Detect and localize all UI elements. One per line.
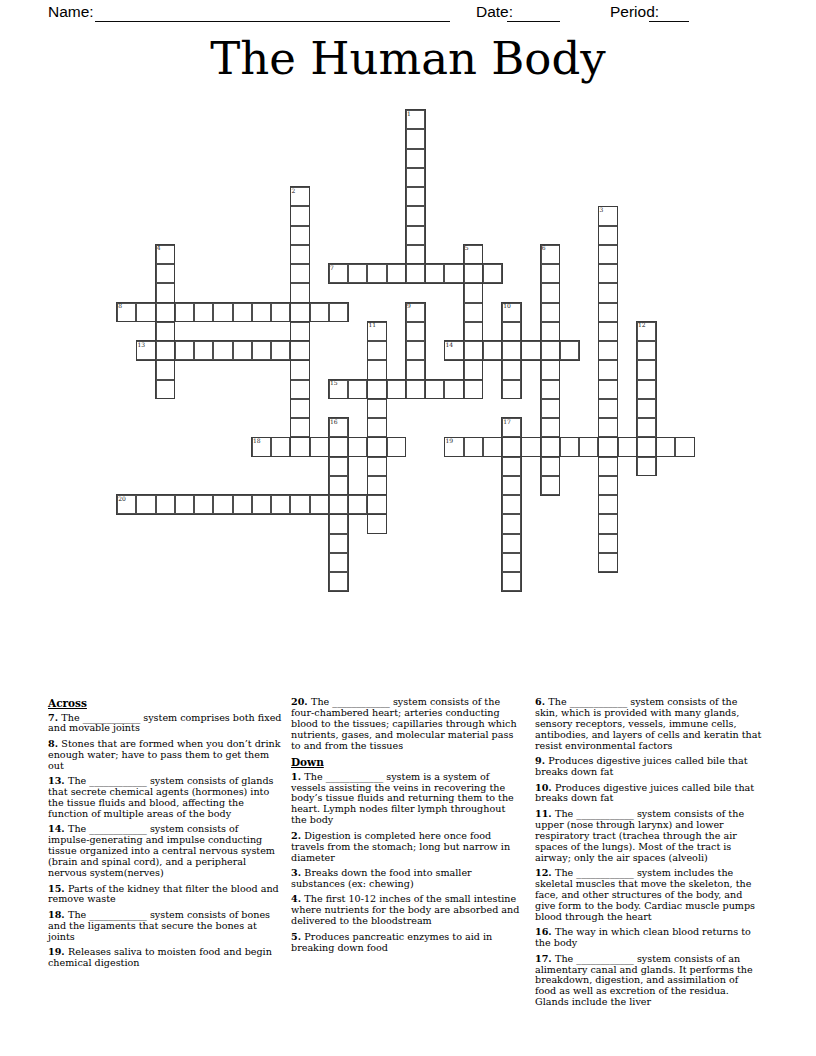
grid-cell[interactable] bbox=[406, 129, 425, 148]
grid-cell[interactable] bbox=[541, 303, 560, 322]
grid-cell[interactable] bbox=[290, 437, 309, 456]
grid-cell[interactable] bbox=[464, 322, 483, 341]
clue-number-label: 14. bbox=[48, 823, 68, 834]
grid-cell[interactable] bbox=[598, 399, 617, 418]
clue-number-label: 11. bbox=[535, 808, 555, 819]
grid-cell[interactable] bbox=[367, 495, 386, 514]
grid-cell[interactable] bbox=[329, 553, 348, 572]
grid-cell[interactable] bbox=[156, 380, 175, 399]
grid-cell[interactable] bbox=[290, 380, 309, 399]
grid-cell[interactable] bbox=[598, 457, 617, 476]
grid-cell[interactable] bbox=[598, 380, 617, 399]
grid-cell[interactable] bbox=[329, 303, 348, 322]
grid-cell[interactable] bbox=[156, 322, 175, 341]
grid-cell[interactable] bbox=[290, 187, 309, 206]
grid-cell[interactable] bbox=[406, 303, 425, 322]
clue-3: 3. Breaks down the food into smaller sub… bbox=[291, 868, 520, 890]
grid-cell[interactable] bbox=[560, 341, 579, 360]
grid-cell[interactable] bbox=[502, 476, 521, 495]
grid-cell[interactable] bbox=[290, 303, 309, 322]
grid-cell[interactable] bbox=[156, 283, 175, 302]
clue-number-label: 20. bbox=[291, 696, 311, 707]
grid-cell[interactable] bbox=[290, 245, 309, 264]
grid-cell[interactable] bbox=[367, 399, 386, 418]
grid-cell[interactable] bbox=[598, 226, 617, 245]
grid-cell[interactable] bbox=[329, 476, 348, 495]
grid-cell[interactable] bbox=[598, 553, 617, 572]
grid-cell[interactable] bbox=[290, 341, 309, 360]
grid-cell[interactable] bbox=[406, 110, 425, 129]
grid-cell[interactable] bbox=[598, 264, 617, 283]
grid-cell[interactable] bbox=[618, 437, 637, 456]
grid-cell[interactable] bbox=[637, 399, 656, 418]
clue-number-label: 1. bbox=[291, 771, 304, 782]
grid-cell[interactable] bbox=[541, 380, 560, 399]
grid-cell[interactable] bbox=[464, 437, 483, 456]
grid-cell[interactable] bbox=[310, 437, 329, 456]
grid-cell[interactable] bbox=[252, 495, 271, 514]
grid-cell[interactable] bbox=[502, 495, 521, 514]
grid-cell[interactable] bbox=[502, 514, 521, 533]
grid-cell[interactable] bbox=[367, 360, 386, 379]
clue-column-2: 20. The ____________ system consists of … bbox=[291, 697, 520, 958]
grid-cell[interactable] bbox=[637, 360, 656, 379]
grid-cell[interactable] bbox=[464, 283, 483, 302]
grid-cell[interactable] bbox=[560, 437, 579, 456]
grid-cell[interactable] bbox=[329, 514, 348, 533]
grid-cell[interactable] bbox=[521, 437, 540, 456]
clue-number-label: 9. bbox=[535, 755, 548, 766]
grid-cell[interactable] bbox=[406, 245, 425, 264]
grid-cell[interactable] bbox=[502, 437, 521, 456]
clue-number-label: 13. bbox=[48, 775, 68, 786]
clue-5: 5. Produces pancreatic enzymes to aid in… bbox=[291, 932, 520, 954]
grid-cell[interactable] bbox=[464, 380, 483, 399]
grid-cell[interactable] bbox=[541, 322, 560, 341]
clue-15: 15. Parts of the kidney that filter the … bbox=[48, 884, 282, 906]
grid-cell[interactable] bbox=[194, 303, 213, 322]
page-title: The Human Body bbox=[0, 33, 816, 85]
grid-cell[interactable] bbox=[502, 322, 521, 341]
grid-cell[interactable] bbox=[598, 437, 617, 456]
grid-cell[interactable] bbox=[290, 322, 309, 341]
grid-cell[interactable] bbox=[502, 303, 521, 322]
clue-section-header-down: Down bbox=[291, 756, 520, 768]
grid-cell[interactable] bbox=[598, 534, 617, 553]
grid-cell[interactable] bbox=[367, 514, 386, 533]
grid-cell[interactable] bbox=[406, 226, 425, 245]
grid-cell[interactable] bbox=[406, 264, 425, 283]
clue-number-label: 16. bbox=[535, 926, 555, 937]
grid-cell[interactable] bbox=[406, 341, 425, 360]
grid-cell[interactable] bbox=[252, 437, 271, 456]
grid-cell[interactable] bbox=[406, 380, 425, 399]
grid-cell[interactable] bbox=[387, 380, 406, 399]
clue-2: 2. Digestion is completed here once food… bbox=[291, 831, 520, 864]
grid-cell[interactable] bbox=[502, 360, 521, 379]
grid-cell[interactable] bbox=[637, 341, 656, 360]
grid-cell[interactable] bbox=[521, 341, 540, 360]
grid-cell[interactable] bbox=[136, 341, 155, 360]
grid-cell[interactable] bbox=[329, 572, 348, 591]
clue-column-3: 6. The ____________ system consists of t… bbox=[535, 697, 762, 1013]
grid-cell[interactable] bbox=[156, 303, 175, 322]
grid-cell[interactable] bbox=[541, 437, 560, 456]
grid-cell[interactable] bbox=[252, 303, 271, 322]
clue-number-label: 4. bbox=[291, 893, 304, 904]
grid-cell[interactable] bbox=[444, 380, 463, 399]
grid-cell[interactable] bbox=[406, 206, 425, 225]
clue-12: 12. The ____________ system includes the… bbox=[535, 868, 762, 923]
grid-cell[interactable] bbox=[444, 437, 463, 456]
grid-cell[interactable] bbox=[598, 418, 617, 437]
grid-cell[interactable] bbox=[156, 341, 175, 360]
grid-cell[interactable] bbox=[175, 341, 194, 360]
grid-cell[interactable] bbox=[329, 380, 348, 399]
clue-1: 1. The ____________ system is a system o… bbox=[291, 772, 520, 827]
clue-16: 16. The way in which clean blood returns… bbox=[535, 927, 762, 949]
grid-cell[interactable] bbox=[406, 322, 425, 341]
clue-8: 8. Stones that are formed when you don’t… bbox=[48, 739, 282, 772]
grid-cell[interactable] bbox=[290, 399, 309, 418]
grid-cell[interactable] bbox=[117, 495, 136, 514]
clue-number-label: 8. bbox=[48, 738, 61, 749]
grid-cell[interactable] bbox=[117, 303, 136, 322]
grid-cell[interactable] bbox=[252, 341, 271, 360]
name-label: Name: bbox=[48, 3, 94, 21]
grid-cell[interactable] bbox=[290, 418, 309, 437]
grid-cell[interactable] bbox=[213, 303, 232, 322]
grid-cell[interactable] bbox=[637, 457, 656, 476]
worksheet-page: Name: Date: Period: The Human Body 12345… bbox=[0, 0, 816, 1056]
grid-cell[interactable] bbox=[637, 322, 656, 341]
grid-cell[interactable] bbox=[483, 437, 502, 456]
clue-number-label: 3. bbox=[291, 867, 304, 878]
clue-number-label: 18. bbox=[48, 909, 68, 920]
crossword-grid: 1234567891011121314151617181920 bbox=[117, 110, 695, 592]
grid-cell[interactable] bbox=[271, 437, 290, 456]
name-input-line[interactable] bbox=[95, 6, 450, 22]
grid-cell[interactable] bbox=[598, 495, 617, 514]
grid-cell[interactable] bbox=[290, 226, 309, 245]
clue-4: 4. The first 10-12 inches of the small i… bbox=[291, 894, 520, 927]
grid-cell[interactable] bbox=[233, 341, 252, 360]
clue-19: 19. Releases saliva to moisten food and … bbox=[48, 947, 282, 969]
clue-11: 11. The ____________ system consists of … bbox=[535, 809, 762, 864]
grid-cell[interactable] bbox=[367, 322, 386, 341]
clue-number-label: 6. bbox=[535, 696, 548, 707]
grid-cell[interactable] bbox=[502, 380, 521, 399]
grid-cell[interactable] bbox=[213, 495, 232, 514]
grid-cell[interactable] bbox=[329, 495, 348, 514]
grid-cell[interactable] bbox=[598, 245, 617, 264]
grid-cell[interactable] bbox=[541, 360, 560, 379]
grid-cell[interactable] bbox=[271, 495, 290, 514]
grid-cell[interactable] bbox=[310, 303, 329, 322]
grid-cell[interactable] bbox=[541, 418, 560, 437]
grid-cell[interactable] bbox=[213, 341, 232, 360]
grid-cell[interactable] bbox=[541, 399, 560, 418]
grid-cell[interactable] bbox=[310, 495, 329, 514]
grid-cell[interactable] bbox=[502, 341, 521, 360]
grid-cell[interactable] bbox=[290, 360, 309, 379]
grid-cell[interactable] bbox=[464, 303, 483, 322]
grid-cell[interactable] bbox=[156, 360, 175, 379]
grid-cell[interactable] bbox=[329, 264, 348, 283]
grid-cell[interactable] bbox=[656, 437, 675, 456]
grid-cell[interactable] bbox=[598, 476, 617, 495]
clue-section-header-across: Across bbox=[48, 697, 282, 709]
grid-cell[interactable] bbox=[579, 437, 598, 456]
grid-cell[interactable] bbox=[367, 380, 386, 399]
grid-cell[interactable] bbox=[367, 264, 386, 283]
grid-cell[interactable] bbox=[290, 264, 309, 283]
grid-cell[interactable] bbox=[367, 476, 386, 495]
grid-cell[interactable] bbox=[502, 457, 521, 476]
clue-number-label: 17. bbox=[535, 953, 555, 964]
grid-cell[interactable] bbox=[367, 418, 386, 437]
grid-cell[interactable] bbox=[541, 476, 560, 495]
grid-cell[interactable] bbox=[271, 341, 290, 360]
grid-cell[interactable] bbox=[425, 380, 444, 399]
period-input-line[interactable] bbox=[649, 6, 689, 22]
clue-number-label: 19. bbox=[48, 946, 68, 957]
grid-cell[interactable] bbox=[598, 360, 617, 379]
grid-cell[interactable] bbox=[387, 437, 406, 456]
grid-cell[interactable] bbox=[136, 303, 155, 322]
clue-7: 7. The ____________ system comprises bot… bbox=[48, 713, 282, 735]
grid-cell[interactable] bbox=[348, 264, 367, 283]
grid-cell[interactable] bbox=[464, 360, 483, 379]
clue-number-label: 12. bbox=[535, 867, 555, 878]
grid-cell[interactable] bbox=[406, 360, 425, 379]
grid-cell[interactable] bbox=[156, 264, 175, 283]
clue-18: 18. The ____________ system consists of … bbox=[48, 910, 282, 943]
clue-number-label: 5. bbox=[291, 931, 304, 942]
grid-cell[interactable] bbox=[502, 572, 521, 591]
clue-number-label: 10. bbox=[535, 782, 555, 793]
date-input-line[interactable] bbox=[507, 6, 560, 22]
grid-cell[interactable] bbox=[444, 341, 463, 360]
grid-cell[interactable] bbox=[156, 245, 175, 264]
grid-cell[interactable] bbox=[290, 495, 309, 514]
grid-cell[interactable] bbox=[598, 283, 617, 302]
grid-cell[interactable] bbox=[290, 283, 309, 302]
grid-cell[interactable] bbox=[194, 341, 213, 360]
grid-cell[interactable] bbox=[502, 553, 521, 572]
grid-cell[interactable] bbox=[598, 341, 617, 360]
grid-cell[interactable] bbox=[541, 245, 560, 264]
clue-column-1: Across7. The ____________ system compris… bbox=[48, 697, 282, 974]
clue-6: 6. The ____________ system consists of t… bbox=[535, 697, 762, 752]
grid-cell[interactable] bbox=[598, 322, 617, 341]
grid-cell[interactable] bbox=[406, 187, 425, 206]
grid-cell[interactable] bbox=[598, 514, 617, 533]
grid-cell[interactable] bbox=[348, 380, 367, 399]
clue-number-label: 2. bbox=[291, 830, 304, 841]
grid-cell[interactable] bbox=[233, 495, 252, 514]
grid-cell[interactable] bbox=[329, 457, 348, 476]
grid-cell[interactable] bbox=[194, 495, 213, 514]
grid-cell[interactable] bbox=[444, 264, 463, 283]
grid-cell[interactable] bbox=[406, 168, 425, 187]
grid-cell[interactable] bbox=[637, 437, 656, 456]
grid-cell[interactable] bbox=[464, 245, 483, 264]
grid-cell[interactable] bbox=[637, 418, 656, 437]
grid-cell[interactable] bbox=[387, 264, 406, 283]
clue-number-label: 7. bbox=[48, 712, 61, 723]
grid-cell[interactable] bbox=[425, 264, 444, 283]
grid-cell[interactable] bbox=[290, 206, 309, 225]
grid-cell[interactable] bbox=[502, 534, 521, 553]
clue-13: 13. The ____________ system consists of … bbox=[48, 776, 282, 820]
grid-cell[interactable] bbox=[329, 437, 348, 456]
grid-cell[interactable] bbox=[175, 495, 194, 514]
grid-cell[interactable] bbox=[233, 303, 252, 322]
clue-number-label: 15. bbox=[48, 883, 68, 894]
grid-cell[interactable] bbox=[541, 264, 560, 283]
grid-cell[interactable] bbox=[541, 457, 560, 476]
clue-10: 10. Produces digestive juices called bil… bbox=[535, 783, 762, 805]
grid-cell[interactable] bbox=[483, 264, 502, 283]
grid-cell[interactable] bbox=[406, 149, 425, 168]
grid-cell[interactable] bbox=[329, 418, 348, 437]
grid-cell[interactable] bbox=[598, 206, 617, 225]
grid-cell[interactable] bbox=[136, 495, 155, 514]
grid-cell[interactable] bbox=[502, 418, 521, 437]
grid-cell[interactable] bbox=[675, 437, 694, 456]
grid-cell[interactable] bbox=[464, 264, 483, 283]
grid-cell[interactable] bbox=[348, 495, 367, 514]
grid-cell[interactable] bbox=[541, 341, 560, 360]
grid-cell[interactable] bbox=[637, 380, 656, 399]
clue-20: 20. The ____________ system consists of … bbox=[291, 697, 520, 752]
grid-cell[interactable] bbox=[329, 534, 348, 553]
clue-14: 14. The ____________ system consists of … bbox=[48, 824, 282, 879]
clue-17: 17. The ____________ system consists of … bbox=[535, 954, 762, 1009]
clue-9: 9. Produces digestive juices called bile… bbox=[535, 756, 762, 778]
grid-cell[interactable] bbox=[367, 437, 386, 456]
grid-cell[interactable] bbox=[156, 495, 175, 514]
grid-cell[interactable] bbox=[348, 437, 367, 456]
grid-cell[interactable] bbox=[175, 303, 194, 322]
grid-cell[interactable] bbox=[598, 303, 617, 322]
grid-cell[interactable] bbox=[367, 457, 386, 476]
grid-cell[interactable] bbox=[541, 283, 560, 302]
grid-cell[interactable] bbox=[464, 341, 483, 360]
grid-cell[interactable] bbox=[483, 341, 502, 360]
grid-cell[interactable] bbox=[271, 303, 290, 322]
grid-cell[interactable] bbox=[367, 341, 386, 360]
